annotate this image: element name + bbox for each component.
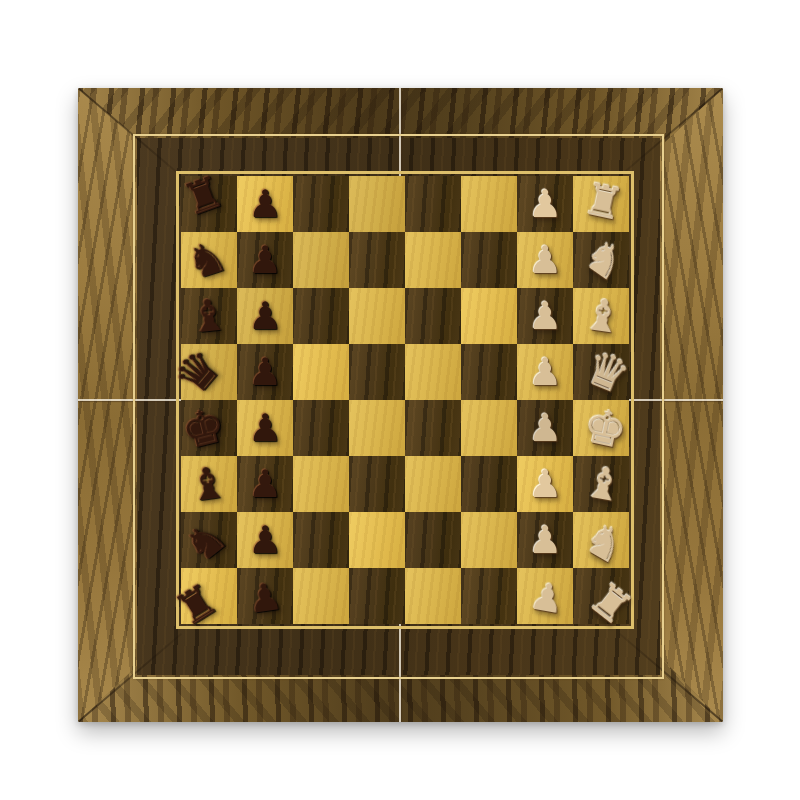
square-h4[interactable] (405, 568, 461, 624)
square-f6[interactable] (293, 456, 349, 512)
square-h2[interactable]: ♟ (517, 568, 573, 624)
square-a5[interactable] (349, 176, 405, 232)
square-f7[interactable]: ♟ (237, 456, 293, 512)
black-pawn-f7[interactable]: ♟ (248, 456, 282, 512)
black-bishop-c8[interactable]: ♝ (186, 286, 231, 346)
white-pawn-c2[interactable]: ♟ (528, 288, 562, 344)
square-c6[interactable] (293, 288, 349, 344)
square-h5[interactable] (349, 568, 405, 624)
square-e6[interactable] (293, 400, 349, 456)
squares-grid: ♜♟♟♜♞♟♟♞♝♟♟♝♛♟♟♛♚♟♟♚♝♟♟♝♞♟♟♞♜♟♟♜ (181, 176, 629, 624)
square-b2[interactable]: ♟ (517, 232, 573, 288)
square-a2[interactable]: ♟ (517, 176, 573, 232)
square-g2[interactable]: ♟ (517, 512, 573, 568)
black-king-e8[interactable]: ♚ (176, 396, 231, 461)
square-g1[interactable]: ♞ (573, 512, 629, 568)
square-e7[interactable]: ♟ (237, 400, 293, 456)
black-pawn-b7[interactable]: ♟ (248, 232, 282, 288)
white-knight-g1[interactable]: ♞ (574, 509, 636, 577)
square-f8[interactable]: ♝ (181, 456, 237, 512)
square-g3[interactable] (461, 512, 517, 568)
black-pawn-d7[interactable]: ♟ (248, 344, 282, 400)
photo-background: ♜♟♟♜♞♟♟♞♝♟♟♝♛♟♟♛♚♟♟♚♝♟♟♝♞♟♟♞♜♟♟♜ (0, 0, 800, 800)
square-g8[interactable]: ♞ (181, 512, 237, 568)
square-h7[interactable]: ♟ (237, 568, 293, 624)
square-c3[interactable] (461, 288, 517, 344)
square-g7[interactable]: ♟ (237, 512, 293, 568)
black-pawn-c7[interactable]: ♟ (248, 288, 282, 344)
square-g6[interactable] (293, 512, 349, 568)
square-c1[interactable]: ♝ (573, 288, 629, 344)
white-pawn-d2[interactable]: ♟ (528, 344, 562, 400)
square-h6[interactable] (293, 568, 349, 624)
square-e4[interactable] (405, 400, 461, 456)
square-a8[interactable]: ♜ (181, 176, 237, 232)
square-a6[interactable] (293, 176, 349, 232)
square-a7[interactable]: ♟ (237, 176, 293, 232)
white-rook-a1[interactable]: ♜ (579, 171, 629, 234)
square-d1[interactable]: ♛ (573, 344, 629, 400)
square-b6[interactable] (293, 232, 349, 288)
white-pawn-h2[interactable]: ♟ (525, 567, 568, 628)
square-f5[interactable] (349, 456, 405, 512)
square-f4[interactable] (405, 456, 461, 512)
white-knight-b1[interactable]: ♞ (573, 226, 637, 295)
square-d2[interactable]: ♟ (517, 344, 573, 400)
square-c7[interactable]: ♟ (237, 288, 293, 344)
square-f3[interactable] (461, 456, 517, 512)
square-h3[interactable] (461, 568, 517, 624)
black-bishop-f8[interactable]: ♝ (185, 454, 232, 515)
square-e8[interactable]: ♚ (181, 400, 237, 456)
square-d4[interactable] (405, 344, 461, 400)
square-e5[interactable] (349, 400, 405, 456)
white-pawn-g2[interactable]: ♟ (528, 512, 562, 568)
square-g4[interactable] (405, 512, 461, 568)
square-c5[interactable] (349, 288, 405, 344)
square-e2[interactable]: ♟ (517, 400, 573, 456)
square-f1[interactable]: ♝ (573, 456, 629, 512)
white-bishop-f1[interactable]: ♝ (580, 453, 629, 515)
square-b8[interactable]: ♞ (181, 232, 237, 288)
square-a4[interactable] (405, 176, 461, 232)
square-b1[interactable]: ♞ (573, 232, 629, 288)
square-a1[interactable]: ♜ (573, 176, 629, 232)
black-pawn-e7[interactable]: ♟ (248, 400, 282, 456)
white-king-e1[interactable]: ♚ (579, 396, 633, 460)
white-bishop-c1[interactable]: ♝ (580, 286, 627, 347)
square-h8[interactable]: ♜ (181, 568, 237, 624)
square-d6[interactable] (293, 344, 349, 400)
square-h1[interactable]: ♜ (573, 568, 629, 624)
square-c8[interactable]: ♝ (181, 288, 237, 344)
white-pawn-b2[interactable]: ♟ (528, 232, 562, 288)
square-b7[interactable]: ♟ (237, 232, 293, 288)
square-d3[interactable] (461, 344, 517, 400)
square-d5[interactable] (349, 344, 405, 400)
square-a3[interactable] (461, 176, 517, 232)
square-b4[interactable] (405, 232, 461, 288)
square-e1[interactable]: ♚ (573, 400, 629, 456)
black-knight-b8[interactable]: ♞ (180, 227, 235, 292)
black-knight-g8[interactable]: ♞ (173, 508, 239, 576)
square-c4[interactable] (405, 288, 461, 344)
white-pawn-f2[interactable]: ♟ (528, 456, 562, 512)
white-pawn-a2[interactable]: ♟ (528, 176, 562, 232)
square-e3[interactable] (461, 400, 517, 456)
black-pawn-h7[interactable]: ♟ (244, 568, 286, 628)
square-d7[interactable]: ♟ (237, 344, 293, 400)
square-c2[interactable]: ♟ (517, 288, 573, 344)
square-d8[interactable]: ♛ (181, 344, 237, 400)
square-g5[interactable] (349, 512, 405, 568)
chess-board: ♜♟♟♜♞♟♟♞♝♟♟♝♛♟♟♛♚♟♟♚♝♟♟♝♞♟♟♞♜♟♟♜ (78, 88, 723, 722)
black-pawn-g7[interactable]: ♟ (248, 512, 282, 568)
square-f2[interactable]: ♟ (517, 456, 573, 512)
black-pawn-a7[interactable]: ♟ (248, 176, 282, 232)
square-b3[interactable] (461, 232, 517, 288)
white-pawn-e2[interactable]: ♟ (528, 400, 562, 456)
square-b5[interactable] (349, 232, 405, 288)
